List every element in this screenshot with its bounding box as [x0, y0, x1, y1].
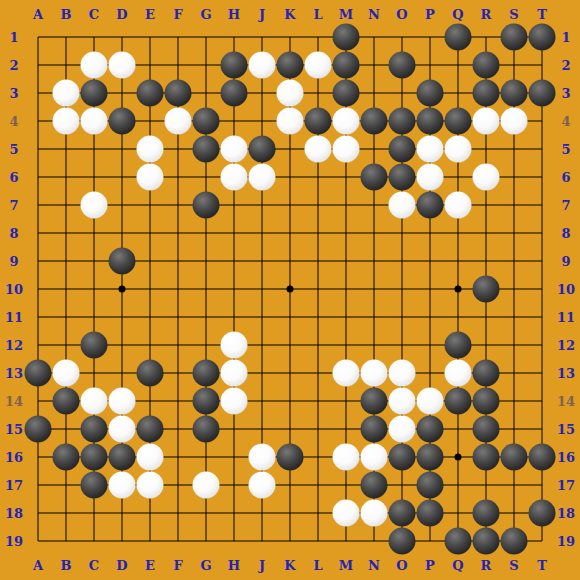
col-label-bottom-C: C: [89, 559, 99, 572]
row-label-left-12: 12: [5, 339, 23, 352]
row-label-right-19: 19: [557, 535, 575, 548]
row-label-left-8: 8: [9, 227, 18, 240]
col-label-top-F: F: [173, 8, 182, 21]
black-stone-B16: [53, 444, 80, 471]
row-label-right-14: 14: [557, 395, 575, 408]
black-stone-M3: [333, 80, 360, 107]
black-stone-P18: [417, 500, 444, 527]
row-label-right-11: 11: [557, 311, 575, 324]
row-label-left-14: 14: [5, 395, 23, 408]
row-label-left-9: 9: [9, 255, 18, 268]
row-label-left-6: 6: [9, 171, 18, 184]
col-label-bottom-P: P: [425, 559, 435, 572]
star-point: [287, 286, 294, 293]
row-label-left-1: 1: [9, 31, 18, 44]
row-label-right-17: 17: [557, 479, 575, 492]
white-stone-D2: [109, 52, 136, 79]
white-stone-E17: [137, 472, 164, 499]
black-stone-O18: [389, 500, 416, 527]
black-stone-O16: [389, 444, 416, 471]
col-label-top-H: H: [228, 8, 240, 21]
col-label-bottom-A: A: [33, 559, 43, 572]
white-stone-C7: [81, 192, 108, 219]
black-stone-A15: [25, 416, 52, 443]
white-stone-M18: [333, 500, 360, 527]
col-label-top-R: R: [481, 8, 492, 21]
row-label-right-3: 3: [561, 87, 570, 100]
white-stone-P14: [417, 388, 444, 415]
black-stone-D4: [109, 108, 136, 135]
black-stone-C15: [81, 416, 108, 443]
white-stone-O15: [389, 416, 416, 443]
col-label-bottom-L: L: [313, 559, 322, 572]
white-stone-L2: [305, 52, 332, 79]
star-point: [119, 286, 126, 293]
row-label-left-3: 3: [9, 87, 18, 100]
black-stone-N6: [361, 164, 388, 191]
row-label-right-15: 15: [557, 423, 575, 436]
black-stone-G14: [193, 388, 220, 415]
black-stone-Q14: [445, 388, 472, 415]
star-point: [455, 454, 462, 461]
white-stone-H5: [221, 136, 248, 163]
black-stone-R15: [473, 416, 500, 443]
col-label-bottom-F: F: [173, 559, 182, 572]
white-stone-R4: [473, 108, 500, 135]
white-stone-D15: [109, 416, 136, 443]
col-label-bottom-E: E: [145, 559, 155, 572]
black-stone-Q4: [445, 108, 472, 135]
black-stone-R10: [473, 276, 500, 303]
black-stone-O6: [389, 164, 416, 191]
col-label-top-K: K: [284, 8, 295, 21]
black-stone-P16: [417, 444, 444, 471]
row-label-right-9: 9: [561, 255, 570, 268]
black-stone-Q12: [445, 332, 472, 359]
white-stone-D17: [109, 472, 136, 499]
black-stone-C12: [81, 332, 108, 359]
col-label-top-N: N: [368, 8, 380, 21]
col-label-top-J: J: [259, 8, 265, 21]
black-stone-H3: [221, 80, 248, 107]
black-stone-R14: [473, 388, 500, 415]
black-stone-E15: [137, 416, 164, 443]
white-stone-Q13: [445, 360, 472, 387]
black-stone-C17: [81, 472, 108, 499]
black-stone-N15: [361, 416, 388, 443]
black-stone-P17: [417, 472, 444, 499]
col-label-bottom-S: S: [509, 559, 518, 572]
col-label-top-G: G: [200, 8, 211, 21]
white-stone-P6: [417, 164, 444, 191]
black-stone-R18: [473, 500, 500, 527]
row-label-right-5: 5: [561, 143, 570, 156]
white-stone-N13: [361, 360, 388, 387]
black-stone-S16: [501, 444, 528, 471]
white-stone-G17: [193, 472, 220, 499]
row-label-right-2: 2: [561, 59, 570, 72]
white-stone-C2: [81, 52, 108, 79]
white-stone-Q5: [445, 136, 472, 163]
row-label-right-10: 10: [557, 283, 575, 296]
col-label-bottom-B: B: [61, 559, 72, 572]
white-stone-J6: [249, 164, 276, 191]
white-stone-K4: [277, 108, 304, 135]
black-stone-G7: [193, 192, 220, 219]
white-stone-Q7: [445, 192, 472, 219]
row-label-right-8: 8: [561, 227, 570, 240]
col-label-bottom-H: H: [228, 559, 240, 572]
white-stone-B4: [53, 108, 80, 135]
white-stone-M5: [333, 136, 360, 163]
black-stone-G15: [193, 416, 220, 443]
col-label-bottom-J: J: [259, 559, 265, 572]
black-stone-R13: [473, 360, 500, 387]
black-stone-G13: [193, 360, 220, 387]
col-label-top-D: D: [116, 8, 127, 21]
col-label-bottom-T: T: [537, 559, 547, 572]
white-stone-M13: [333, 360, 360, 387]
white-stone-M16: [333, 444, 360, 471]
white-stone-H6: [221, 164, 248, 191]
col-label-bottom-N: N: [368, 559, 380, 572]
row-label-left-4: 4: [9, 115, 18, 128]
col-label-top-O: O: [396, 8, 407, 21]
black-stone-R16: [473, 444, 500, 471]
white-stone-J2: [249, 52, 276, 79]
black-stone-R2: [473, 52, 500, 79]
black-stone-T18: [529, 500, 556, 527]
black-stone-R19: [473, 528, 500, 555]
black-stone-K16: [277, 444, 304, 471]
col-label-bottom-Q: Q: [452, 559, 463, 572]
black-stone-D9: [109, 248, 136, 275]
black-stone-O2: [389, 52, 416, 79]
col-label-top-B: B: [61, 8, 72, 21]
white-stone-O14: [389, 388, 416, 415]
col-label-top-A: A: [33, 8, 43, 21]
row-label-left-2: 2: [9, 59, 18, 72]
white-stone-E5: [137, 136, 164, 163]
row-label-right-13: 13: [557, 367, 575, 380]
white-stone-H12: [221, 332, 248, 359]
black-stone-O19: [389, 528, 416, 555]
row-label-right-6: 6: [561, 171, 570, 184]
row-label-left-5: 5: [9, 143, 18, 156]
row-label-left-19: 19: [5, 535, 23, 548]
col-label-top-M: M: [339, 8, 353, 21]
black-stone-P7: [417, 192, 444, 219]
row-label-right-1: 1: [561, 31, 570, 44]
black-stone-N17: [361, 472, 388, 499]
black-stone-Q19: [445, 528, 472, 555]
col-label-top-Q: Q: [452, 8, 463, 21]
black-stone-C16: [81, 444, 108, 471]
white-stone-E16: [137, 444, 164, 471]
white-stone-N18: [361, 500, 388, 527]
col-label-top-S: S: [509, 8, 518, 21]
white-stone-K3: [277, 80, 304, 107]
col-label-top-L: L: [313, 8, 322, 21]
row-label-left-11: 11: [5, 311, 23, 324]
black-stone-M1: [333, 24, 360, 51]
col-label-top-C: C: [89, 8, 99, 21]
col-label-bottom-M: M: [339, 559, 353, 572]
black-stone-P15: [417, 416, 444, 443]
white-stone-H13: [221, 360, 248, 387]
white-stone-D14: [109, 388, 136, 415]
white-stone-P5: [417, 136, 444, 163]
black-stone-J5: [249, 136, 276, 163]
col-label-bottom-K: K: [284, 559, 295, 572]
col-label-bottom-O: O: [396, 559, 407, 572]
white-stone-O13: [389, 360, 416, 387]
black-stone-T16: [529, 444, 556, 471]
row-label-left-17: 17: [5, 479, 23, 492]
black-stone-K2: [277, 52, 304, 79]
row-label-left-10: 10: [5, 283, 23, 296]
white-stone-F4: [165, 108, 192, 135]
black-stone-O4: [389, 108, 416, 135]
row-label-right-12: 12: [557, 339, 575, 352]
black-stone-S3: [501, 80, 528, 107]
black-stone-S19: [501, 528, 528, 555]
white-stone-C4: [81, 108, 108, 135]
col-label-bottom-D: D: [116, 559, 127, 572]
white-stone-S4: [501, 108, 528, 135]
row-label-left-13: 13: [5, 367, 23, 380]
black-stone-H2: [221, 52, 248, 79]
white-stone-O7: [389, 192, 416, 219]
row-label-right-16: 16: [557, 451, 575, 464]
col-label-bottom-R: R: [481, 559, 492, 572]
white-stone-J16: [249, 444, 276, 471]
row-label-left-15: 15: [5, 423, 23, 436]
black-stone-F3: [165, 80, 192, 107]
white-stone-B3: [53, 80, 80, 107]
row-label-right-18: 18: [557, 507, 575, 520]
row-label-right-7: 7: [561, 199, 570, 212]
black-stone-D16: [109, 444, 136, 471]
black-stone-G4: [193, 108, 220, 135]
black-stone-Q1: [445, 24, 472, 51]
col-label-bottom-G: G: [200, 559, 211, 572]
black-stone-P4: [417, 108, 444, 135]
white-stone-L5: [305, 136, 332, 163]
black-stone-A13: [25, 360, 52, 387]
row-label-left-18: 18: [5, 507, 23, 520]
row-label-right-4: 4: [561, 115, 570, 128]
col-label-top-P: P: [425, 8, 435, 21]
black-stone-C3: [81, 80, 108, 107]
black-stone-O5: [389, 136, 416, 163]
black-stone-E13: [137, 360, 164, 387]
col-label-top-E: E: [145, 8, 155, 21]
black-stone-S1: [501, 24, 528, 51]
black-stone-B14: [53, 388, 80, 415]
black-stone-T3: [529, 80, 556, 107]
white-stone-R6: [473, 164, 500, 191]
white-stone-M4: [333, 108, 360, 135]
go-board[interactable]: AABBCCDDEEFFGGHHJJKKLLMMNNOOPPQQRRSSTT11…: [0, 0, 580, 580]
white-stone-E6: [137, 164, 164, 191]
black-stone-T1: [529, 24, 556, 51]
black-stone-P3: [417, 80, 444, 107]
white-stone-B13: [53, 360, 80, 387]
black-stone-G5: [193, 136, 220, 163]
black-stone-L4: [305, 108, 332, 135]
star-point: [455, 286, 462, 293]
black-stone-E3: [137, 80, 164, 107]
col-label-top-T: T: [537, 8, 547, 21]
black-stone-N14: [361, 388, 388, 415]
white-stone-H14: [221, 388, 248, 415]
white-stone-C14: [81, 388, 108, 415]
white-stone-J17: [249, 472, 276, 499]
black-stone-N4: [361, 108, 388, 135]
row-label-left-16: 16: [5, 451, 23, 464]
row-label-left-7: 7: [9, 199, 18, 212]
white-stone-N16: [361, 444, 388, 471]
black-stone-R3: [473, 80, 500, 107]
black-stone-M2: [333, 52, 360, 79]
